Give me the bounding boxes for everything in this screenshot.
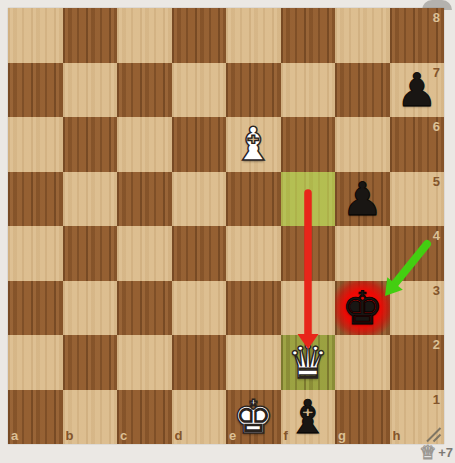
square-c2[interactable] <box>117 335 172 390</box>
square-g8[interactable] <box>335 8 390 63</box>
square-b5[interactable] <box>63 172 118 227</box>
file-label-g: g <box>338 428 346 443</box>
square-g3[interactable]: ♚ <box>335 281 390 336</box>
square-f3[interactable] <box>281 281 336 336</box>
square-g6[interactable] <box>335 117 390 172</box>
square-d1[interactable]: d <box>172 390 227 445</box>
square-d3[interactable] <box>172 281 227 336</box>
file-label-h: h <box>393 428 401 443</box>
square-b1[interactable]: b <box>63 390 118 445</box>
square-c4[interactable] <box>117 226 172 281</box>
file-label-d: d <box>175 428 183 443</box>
square-a6[interactable] <box>8 117 63 172</box>
page-background: 87♟♝6♟54♚3♛2abcde♚f♝g1h ♛ +7 <box>0 0 455 463</box>
square-b8[interactable] <box>63 8 118 63</box>
square-b6[interactable] <box>63 117 118 172</box>
square-d6[interactable] <box>172 117 227 172</box>
black-bishop[interactable]: ♝ <box>281 390 336 445</box>
square-c1[interactable]: c <box>117 390 172 445</box>
square-h4[interactable]: 4 <box>390 226 445 281</box>
square-c6[interactable] <box>117 117 172 172</box>
square-c8[interactable] <box>117 8 172 63</box>
square-e5[interactable] <box>226 172 281 227</box>
square-h8[interactable]: 8 <box>390 8 445 63</box>
square-c5[interactable] <box>117 172 172 227</box>
rank-label-4: 4 <box>433 228 440 243</box>
square-c7[interactable] <box>117 63 172 118</box>
rank-label-6: 6 <box>433 119 440 134</box>
material-advantage-text: +7 <box>438 445 453 460</box>
rank-label-1: 1 <box>433 392 440 407</box>
file-label-a: a <box>11 428 18 443</box>
square-h2[interactable]: 2 <box>390 335 445 390</box>
chess-board: 87♟♝6♟54♚3♛2abcde♚f♝g1h <box>8 8 444 444</box>
white-king[interactable]: ♚ <box>226 390 281 445</box>
square-a4[interactable] <box>8 226 63 281</box>
square-d2[interactable] <box>172 335 227 390</box>
square-e6[interactable]: ♝ <box>226 117 281 172</box>
square-a5[interactable] <box>8 172 63 227</box>
square-a7[interactable] <box>8 63 63 118</box>
square-g5[interactable]: ♟ <box>335 172 390 227</box>
square-d7[interactable] <box>172 63 227 118</box>
file-label-b: b <box>66 428 74 443</box>
square-f6[interactable] <box>281 117 336 172</box>
square-d4[interactable] <box>172 226 227 281</box>
rank-label-8: 8 <box>433 10 440 25</box>
square-h7[interactable]: 7♟ <box>390 63 445 118</box>
square-a2[interactable] <box>8 335 63 390</box>
material-advantage: ♛ +7 <box>419 443 453 462</box>
square-h6[interactable]: 6 <box>390 117 445 172</box>
rank-label-2: 2 <box>433 337 440 352</box>
square-g7[interactable] <box>335 63 390 118</box>
square-h5[interactable]: 5 <box>390 172 445 227</box>
square-g2[interactable] <box>335 335 390 390</box>
black-pawn[interactable]: ♟ <box>390 63 445 118</box>
black-pawn[interactable]: ♟ <box>335 172 390 227</box>
square-c3[interactable] <box>117 281 172 336</box>
black-king[interactable]: ♚ <box>335 281 390 336</box>
square-d8[interactable] <box>172 8 227 63</box>
white-queen-icon: ♛ <box>419 443 436 462</box>
white-bishop[interactable]: ♝ <box>226 117 281 172</box>
file-label-c: c <box>120 428 127 443</box>
square-f8[interactable] <box>281 8 336 63</box>
square-b2[interactable] <box>63 335 118 390</box>
square-e8[interactable] <box>226 8 281 63</box>
square-e4[interactable] <box>226 226 281 281</box>
square-f7[interactable] <box>281 63 336 118</box>
square-a1[interactable]: a <box>8 390 63 445</box>
square-g1[interactable]: g <box>335 390 390 445</box>
square-b3[interactable] <box>63 281 118 336</box>
rank-label-5: 5 <box>433 174 440 189</box>
board-resize-handle[interactable] <box>426 427 442 443</box>
square-a8[interactable] <box>8 8 63 63</box>
square-d5[interactable] <box>172 172 227 227</box>
square-f5[interactable] <box>281 172 336 227</box>
square-f2[interactable]: ♛ <box>281 335 336 390</box>
square-e3[interactable] <box>226 281 281 336</box>
square-e2[interactable] <box>226 335 281 390</box>
rank-label-3: 3 <box>433 283 440 298</box>
square-b4[interactable] <box>63 226 118 281</box>
square-g4[interactable] <box>335 226 390 281</box>
white-queen[interactable]: ♛ <box>281 335 336 390</box>
square-b7[interactable] <box>63 63 118 118</box>
square-h3[interactable]: 3 <box>390 281 445 336</box>
square-f1[interactable]: f♝ <box>281 390 336 445</box>
square-f4[interactable] <box>281 226 336 281</box>
square-a3[interactable] <box>8 281 63 336</box>
square-e7[interactable] <box>226 63 281 118</box>
square-e1[interactable]: e♚ <box>226 390 281 445</box>
